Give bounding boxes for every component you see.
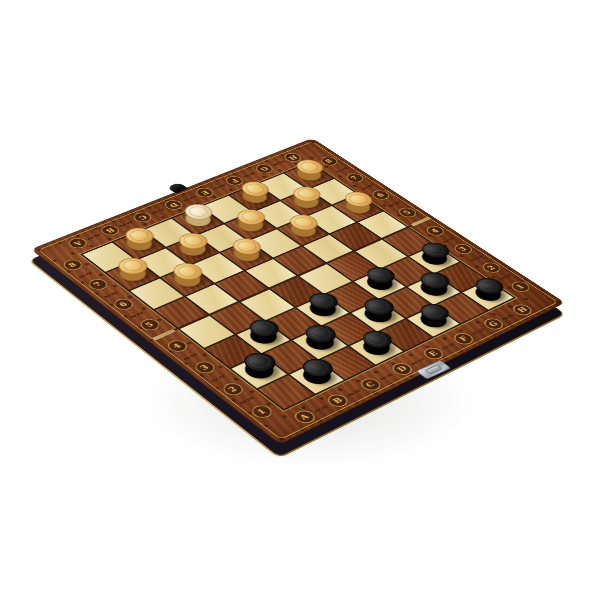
rank-label-left-1: 1: [248, 403, 276, 420]
scrollwork-ornament: ∾∾: [180, 351, 201, 363]
scrollwork-ornament: ∾∾: [376, 371, 396, 383]
scrollwork-ornament: ∾∾: [236, 394, 257, 406]
scrollwork-ornament: ∾∾: [101, 289, 121, 300]
scrollwork-ornament: ∾∾: [126, 309, 146, 320]
scrollwork-ornament: ∾∾: [210, 182, 228, 191]
scrollwork-ornament: ∾∾: [240, 170, 258, 179]
product-photo-scene: A∾∾B∾∾C∾∾D∾∾E∾∾F∾∾G∾∾H A∾∾B∾∾C∾∾D∾∾E∾∾F∾…: [0, 0, 600, 600]
rank-label-left-7: 7: [85, 277, 111, 292]
checker-light-f6[interactable]: [284, 212, 323, 233]
rank-label-left-4: 4: [163, 338, 190, 354]
scrollwork-ornament: ∾∾: [148, 206, 167, 216]
scrollwork-ornament: ∾∾: [180, 194, 199, 203]
scrollwork-ornament: ∾∾: [359, 182, 377, 191]
scrollwork-ornament: ∾∾: [269, 158, 287, 167]
scrollwork-ornament: ∾∾: [310, 402, 331, 414]
rank-label-left-5: 5: [137, 317, 163, 332]
rank-label-left-2: 2: [219, 381, 246, 398]
